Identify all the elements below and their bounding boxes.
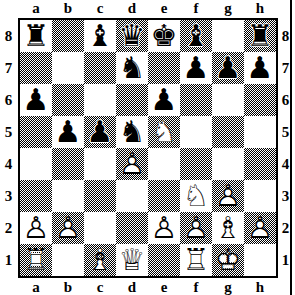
square-g8[interactable]	[212, 20, 244, 52]
piece-white-pawn[interactable]: ♟♙	[180, 212, 212, 244]
piece-black-pawn[interactable]: ♟♟	[244, 52, 276, 84]
square-b4[interactable]	[52, 148, 84, 180]
square-d4[interactable]: ♟♙	[116, 148, 148, 180]
square-f4[interactable]	[180, 148, 212, 180]
square-g7[interactable]: ♟♟	[212, 52, 244, 84]
square-d3[interactable]	[116, 180, 148, 212]
square-a8[interactable]: ♜♜	[20, 20, 52, 52]
rank-label-2: 2	[1, 212, 16, 244]
square-h3[interactable]	[244, 180, 276, 212]
white-pawn-glyph: ♙	[148, 212, 180, 244]
white-king-glyph: ♔	[212, 244, 244, 276]
square-b5[interactable]: ♟♟	[52, 116, 84, 148]
square-c4[interactable]	[84, 148, 116, 180]
square-e7[interactable]	[148, 52, 180, 84]
piece-white-pawn[interactable]: ♟♙	[116, 148, 148, 180]
square-b2[interactable]: ♟♙	[52, 212, 84, 244]
white-bishop-glyph: ♗	[84, 244, 116, 276]
file-labels-top: abcdefgh	[20, 1, 276, 16]
piece-white-knight[interactable]: ♞♘	[180, 180, 212, 212]
black-pawn-glyph: ♟	[244, 52, 276, 84]
piece-white-queen[interactable]: ♛♕	[116, 244, 148, 276]
piece-white-knight[interactable]: ♞♘	[148, 116, 180, 148]
white-pawn-glyph: ♙	[212, 180, 244, 212]
file-labels-bottom: abcdefgh	[20, 280, 276, 295]
file-label-f: f	[180, 280, 212, 295]
square-a7[interactable]	[20, 52, 52, 84]
black-knight-glyph: ♞	[116, 116, 148, 148]
piece-white-pawn[interactable]: ♟♙	[244, 212, 276, 244]
square-g5[interactable]	[212, 116, 244, 148]
square-h7[interactable]: ♟♟	[244, 52, 276, 84]
square-e3[interactable]	[148, 180, 180, 212]
file-label-d: d	[116, 1, 148, 16]
square-a6[interactable]: ♟♟	[20, 84, 52, 116]
square-c8[interactable]: ♝♝	[84, 20, 116, 52]
square-c3[interactable]	[84, 180, 116, 212]
rank-label-5: 5	[1, 116, 16, 148]
piece-black-bishop[interactable]: ♝♝	[84, 20, 116, 52]
piece-black-knight[interactable]: ♞♞	[116, 52, 148, 84]
file-label-g: g	[212, 1, 244, 16]
square-a4[interactable]	[20, 148, 52, 180]
square-f5[interactable]	[180, 116, 212, 148]
piece-black-rook[interactable]: ♜♜	[20, 20, 52, 52]
square-e1[interactable]	[148, 244, 180, 276]
black-pawn-glyph: ♟	[52, 116, 84, 148]
square-c5[interactable]: ♟♟	[84, 116, 116, 148]
piece-black-pawn[interactable]: ♟♟	[148, 84, 180, 116]
square-b3[interactable]	[52, 180, 84, 212]
square-h1[interactable]	[244, 244, 276, 276]
square-f7[interactable]: ♟♟	[180, 52, 212, 84]
square-f6[interactable]	[180, 84, 212, 116]
rank-label-8: 8	[1, 20, 16, 52]
black-bishop-glyph: ♝	[180, 20, 212, 52]
square-d1[interactable]: ♛♕	[116, 244, 148, 276]
file-label-c: c	[84, 1, 116, 16]
piece-black-pawn[interactable]: ♟♟	[212, 52, 244, 84]
piece-black-pawn[interactable]: ♟♟	[180, 52, 212, 84]
black-pawn-glyph: ♟	[212, 52, 244, 84]
square-g3[interactable]: ♟♙	[212, 180, 244, 212]
black-king-glyph: ♚	[148, 20, 180, 52]
square-b6[interactable]	[52, 84, 84, 116]
piece-white-king[interactable]: ♚♔	[212, 244, 244, 276]
piece-white-rook[interactable]: ♜♖	[20, 244, 52, 276]
white-pawn-glyph: ♙	[244, 212, 276, 244]
square-f1[interactable]: ♜♖	[180, 244, 212, 276]
white-bishop-glyph: ♗	[212, 212, 244, 244]
white-queen-glyph: ♕	[116, 244, 148, 276]
rank-label-1: 1	[1, 244, 16, 276]
piece-black-knight[interactable]: ♞♞	[116, 116, 148, 148]
white-pawn-glyph: ♙	[52, 212, 84, 244]
square-e5[interactable]: ♞♘	[148, 116, 180, 148]
white-pawn-glyph: ♙	[20, 212, 52, 244]
piece-white-bishop[interactable]: ♝♗	[84, 244, 116, 276]
square-a1[interactable]: ♜♖	[20, 244, 52, 276]
black-pawn-glyph: ♟	[20, 84, 52, 116]
square-a2[interactable]: ♟♙	[20, 212, 52, 244]
square-a3[interactable]	[20, 180, 52, 212]
black-bishop-glyph: ♝	[84, 20, 116, 52]
black-pawn-glyph: ♟	[84, 116, 116, 148]
square-c7[interactable]	[84, 52, 116, 84]
square-b8[interactable]	[52, 20, 84, 52]
black-pawn-glyph: ♟	[180, 52, 212, 84]
white-rook-glyph: ♖	[180, 244, 212, 276]
file-label-a: a	[20, 280, 52, 295]
window-edge-line	[290, 0, 292, 295]
square-h4[interactable]	[244, 148, 276, 180]
file-label-e: e	[148, 1, 180, 16]
square-d7[interactable]: ♞♞	[116, 52, 148, 84]
square-e6[interactable]: ♟♟	[148, 84, 180, 116]
square-f8[interactable]: ♝♝	[180, 20, 212, 52]
white-pawn-glyph: ♙	[180, 212, 212, 244]
black-knight-glyph: ♞	[116, 52, 148, 84]
file-label-d: d	[116, 280, 148, 295]
file-label-h: h	[244, 280, 276, 295]
square-e8[interactable]: ♚♚	[148, 20, 180, 52]
piece-white-pawn[interactable]: ♟♙	[148, 212, 180, 244]
square-d2[interactable]	[116, 212, 148, 244]
file-label-b: b	[52, 1, 84, 16]
black-rook-glyph: ♜	[20, 20, 52, 52]
chess-board: ♜♜♝♝♛♛♚♚♝♝♜♜♞♞♟♟♟♟♟♟♟♟♟♟♟♟♟♟♞♞♞♘♟♙♞♘♟♙♟♙…	[18, 18, 278, 278]
piece-black-pawn[interactable]: ♟♟	[52, 116, 84, 148]
black-queen-glyph: ♛	[116, 20, 148, 52]
square-g6[interactable]	[212, 84, 244, 116]
square-h8[interactable]: ♜♜	[244, 20, 276, 52]
file-label-c: c	[84, 280, 116, 295]
file-label-b: b	[52, 280, 84, 295]
file-label-h: h	[244, 1, 276, 16]
square-f2[interactable]: ♟♙	[180, 212, 212, 244]
white-knight-glyph: ♘	[148, 116, 180, 148]
black-rook-glyph: ♜	[244, 20, 276, 52]
piece-white-bishop[interactable]: ♝♗	[212, 212, 244, 244]
file-label-g: g	[212, 280, 244, 295]
piece-black-queen[interactable]: ♛♛	[116, 20, 148, 52]
square-h6[interactable]	[244, 84, 276, 116]
piece-white-rook[interactable]: ♜♖	[180, 244, 212, 276]
square-h2[interactable]: ♟♙	[244, 212, 276, 244]
square-e2[interactable]: ♟♙	[148, 212, 180, 244]
square-g4[interactable]	[212, 148, 244, 180]
piece-black-king[interactable]: ♚♚	[148, 20, 180, 52]
square-c1[interactable]: ♝♗	[84, 244, 116, 276]
square-f3[interactable]: ♞♘	[180, 180, 212, 212]
square-d5[interactable]: ♞♞	[116, 116, 148, 148]
file-label-f: f	[180, 1, 212, 16]
piece-white-pawn[interactable]: ♟♙	[212, 180, 244, 212]
square-c2[interactable]	[84, 212, 116, 244]
square-c6[interactable]	[84, 84, 116, 116]
rank-label-7: 7	[1, 52, 16, 84]
white-knight-glyph: ♘	[180, 180, 212, 212]
black-pawn-glyph: ♟	[148, 84, 180, 116]
piece-black-pawn[interactable]: ♟♟	[84, 116, 116, 148]
square-a5[interactable]	[20, 116, 52, 148]
piece-black-rook[interactable]: ♜♜	[244, 20, 276, 52]
piece-black-pawn[interactable]: ♟♟	[20, 84, 52, 116]
square-b1[interactable]	[52, 244, 84, 276]
square-d8[interactable]: ♛♛	[116, 20, 148, 52]
file-label-e: e	[148, 280, 180, 295]
rank-label-6: 6	[1, 84, 16, 116]
white-pawn-glyph: ♙	[116, 148, 148, 180]
rank-label-3: 3	[1, 180, 16, 212]
rank-labels-left: 87654321	[1, 20, 16, 276]
piece-white-pawn[interactable]: ♟♙	[20, 212, 52, 244]
square-g1[interactable]: ♚♔	[212, 244, 244, 276]
rank-label-4: 4	[1, 148, 16, 180]
square-e4[interactable]	[148, 148, 180, 180]
square-d6[interactable]	[116, 84, 148, 116]
chess-diagram: abcdefgh abcdefgh 87654321 87654321 ♜♜♝♝…	[0, 0, 295, 295]
piece-white-pawn[interactable]: ♟♙	[52, 212, 84, 244]
piece-black-bishop[interactable]: ♝♝	[180, 20, 212, 52]
square-b7[interactable]	[52, 52, 84, 84]
square-g2[interactable]: ♝♗	[212, 212, 244, 244]
square-h5[interactable]	[244, 116, 276, 148]
file-label-a: a	[20, 1, 52, 16]
white-rook-glyph: ♖	[20, 244, 52, 276]
